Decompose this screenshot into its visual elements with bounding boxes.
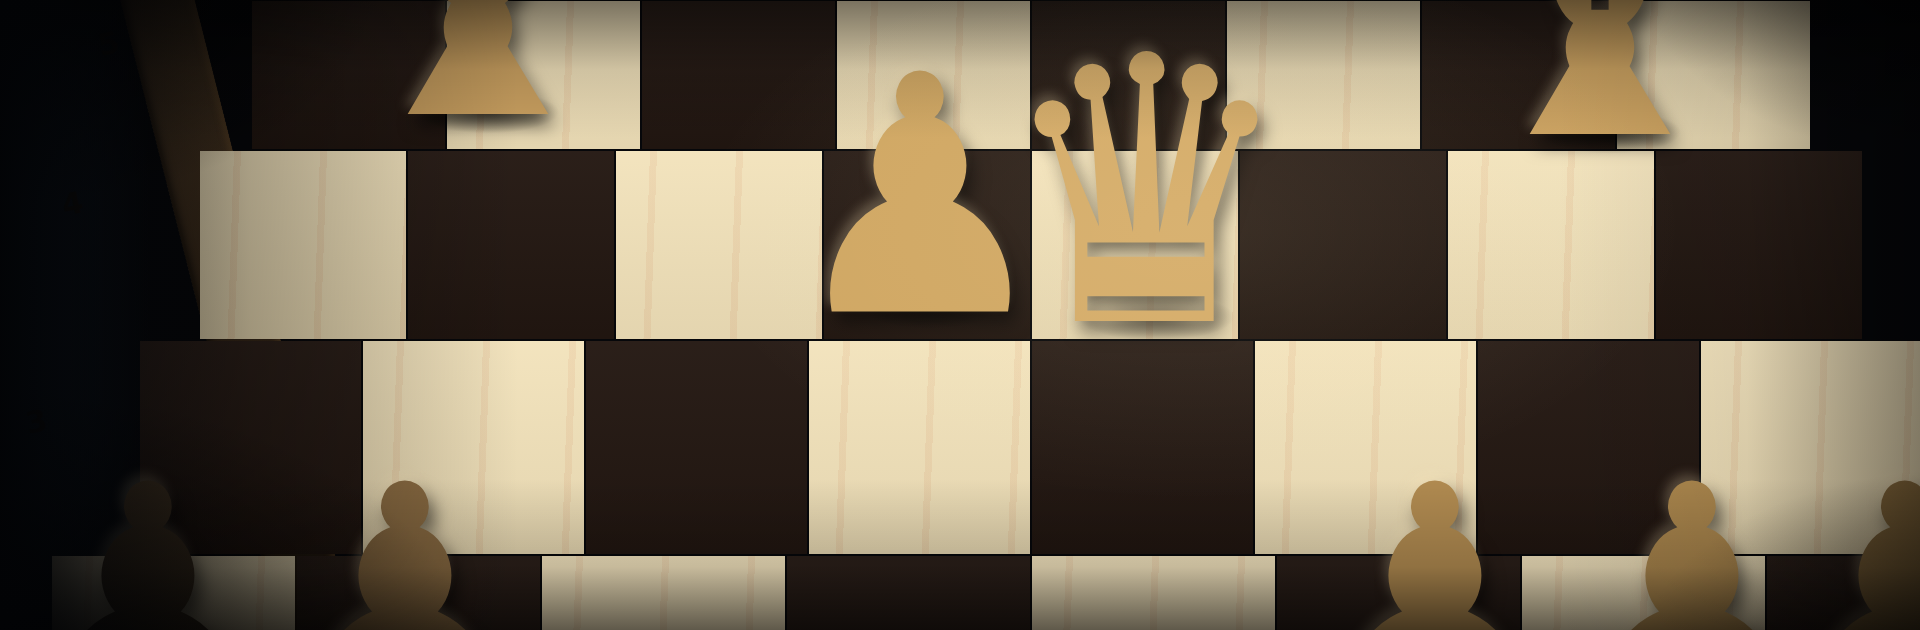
piece-white-pawn-a2[interactable]: ♟ xyxy=(0,443,298,630)
chess-board: ♝♝♟♛♟♟♟♟♟ xyxy=(0,0,1920,630)
piece-white-bishop-b5[interactable]: ♝ xyxy=(328,0,628,168)
piece-white-queen-e4[interactable]: ♛ xyxy=(981,8,1311,378)
square-e2[interactable] xyxy=(1032,556,1275,630)
piece-white-bishop-g5[interactable]: ♝ xyxy=(1450,0,1750,188)
square-c2[interactable] xyxy=(542,556,785,630)
piece-white-pawn-f2[interactable]: ♟ xyxy=(1285,443,1585,630)
piece-white-pawn-b2[interactable]: ♟ xyxy=(255,443,555,630)
chess-scene: ♝♝♟♛♟♟♟♟♟ 5 4 3 xyxy=(0,0,1920,630)
piece-white-pawn-h2[interactable]: ♟ xyxy=(1755,443,1920,630)
square-c3[interactable] xyxy=(586,341,807,554)
square-d2[interactable] xyxy=(787,556,1030,630)
